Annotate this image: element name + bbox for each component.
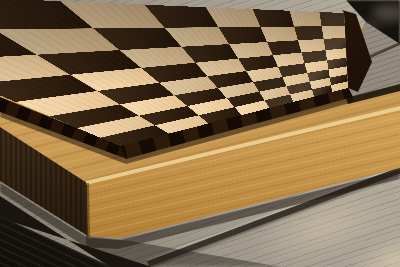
board-square[interactable] <box>319 12 344 26</box>
board-square[interactable] <box>290 11 322 27</box>
background-blur-blob <box>372 4 400 22</box>
chessboard-photo-scene <box>0 0 400 267</box>
board-square[interactable] <box>253 9 294 27</box>
